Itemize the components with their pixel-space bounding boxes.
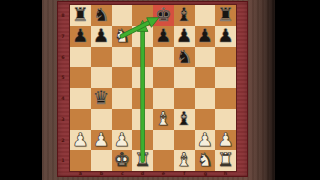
square-h7[interactable]: ♟ bbox=[215, 26, 236, 47]
piece-white-knight-g1[interactable]: ♞ bbox=[195, 150, 216, 171]
piece-black-pawn-g7[interactable]: ♟ bbox=[195, 26, 216, 47]
square-e5[interactable] bbox=[153, 67, 174, 88]
square-d6[interactable] bbox=[132, 47, 153, 68]
square-d8[interactable] bbox=[132, 5, 153, 26]
square-a8[interactable]: ♜ bbox=[70, 5, 91, 26]
piece-white-pawn-c2[interactable]: ♟ bbox=[112, 130, 133, 151]
piece-white-bishop-e3[interactable]: ♝ bbox=[153, 109, 174, 130]
square-a1[interactable] bbox=[70, 150, 91, 171]
square-f6[interactable]: ♞ bbox=[174, 47, 195, 68]
square-b5[interactable] bbox=[91, 67, 112, 88]
piece-black-king-e8[interactable]: ♚ bbox=[153, 5, 174, 26]
square-b4[interactable]: ♛ bbox=[91, 88, 112, 109]
square-a7[interactable]: ♟ bbox=[70, 26, 91, 47]
piece-white-knight-c7[interactable]: ♞ bbox=[112, 26, 133, 47]
square-e3[interactable]: ♝ bbox=[153, 109, 174, 130]
square-c2[interactable]: ♟ bbox=[112, 130, 133, 151]
piece-black-pawn-e7[interactable]: ♟ bbox=[153, 26, 174, 47]
square-g8[interactable] bbox=[195, 5, 216, 26]
square-g2[interactable]: ♟ bbox=[195, 130, 216, 151]
square-h1[interactable]: ♜ bbox=[215, 150, 236, 171]
file-label-b: b bbox=[93, 171, 110, 177]
square-b3[interactable] bbox=[91, 109, 112, 130]
square-a6[interactable] bbox=[70, 47, 91, 68]
piece-white-pawn-h2[interactable]: ♟ bbox=[215, 130, 236, 151]
square-c3[interactable] bbox=[112, 109, 133, 130]
square-g3[interactable] bbox=[195, 109, 216, 130]
piece-black-pawn-h7[interactable]: ♟ bbox=[215, 26, 236, 47]
square-f5[interactable] bbox=[174, 67, 195, 88]
square-e4[interactable] bbox=[153, 88, 174, 109]
square-e7[interactable]: ♟ bbox=[153, 26, 174, 47]
square-c4[interactable] bbox=[112, 88, 133, 109]
piece-black-pawn-b7[interactable]: ♟ bbox=[91, 26, 112, 47]
piece-black-queen-b4[interactable]: ♛ bbox=[91, 88, 112, 109]
square-g4[interactable] bbox=[195, 88, 216, 109]
square-e2[interactable] bbox=[153, 130, 174, 151]
square-c5[interactable] bbox=[112, 67, 133, 88]
rank-label-5: 5 bbox=[58, 69, 68, 86]
square-h6[interactable] bbox=[215, 47, 236, 68]
square-a3[interactable] bbox=[70, 109, 91, 130]
square-c1[interactable]: ♚ bbox=[112, 150, 133, 171]
file-label-e: e bbox=[155, 171, 172, 177]
square-d5[interactable] bbox=[132, 67, 153, 88]
piece-black-knight-b8[interactable]: ♞ bbox=[91, 5, 112, 26]
square-e6[interactable] bbox=[153, 47, 174, 68]
piece-black-rook-h8[interactable]: ♜ bbox=[215, 5, 236, 26]
square-f1[interactable]: ♝ bbox=[174, 150, 195, 171]
file-label-h: h bbox=[217, 171, 234, 177]
square-f3[interactable]: ♝ bbox=[174, 109, 195, 130]
board-frame: 87654321 ♜♞♚♝♜♟♟♞♟♟♟♟♞♛♝♝♟♟♟♟♟♚♜♝♞♜ abcd… bbox=[57, 1, 248, 177]
rank-labels: 87654321 bbox=[57, 5, 69, 171]
square-h4[interactable] bbox=[215, 88, 236, 109]
rank-label-6: 6 bbox=[58, 49, 68, 66]
piece-white-bishop-f1[interactable]: ♝ bbox=[174, 150, 195, 171]
square-f2[interactable] bbox=[174, 130, 195, 151]
square-g6[interactable] bbox=[195, 47, 216, 68]
square-h5[interactable] bbox=[215, 67, 236, 88]
rank-label-3: 3 bbox=[58, 111, 68, 128]
square-d3[interactable] bbox=[132, 109, 153, 130]
square-c8[interactable] bbox=[112, 5, 133, 26]
file-label-f: f bbox=[176, 171, 193, 177]
square-e1[interactable] bbox=[153, 150, 174, 171]
rank-label-8: 8 bbox=[58, 7, 68, 24]
piece-white-king-c1[interactable]: ♚ bbox=[112, 150, 133, 171]
square-f4[interactable] bbox=[174, 88, 195, 109]
square-g1[interactable]: ♞ bbox=[195, 150, 216, 171]
square-e8[interactable]: ♚ bbox=[153, 5, 174, 26]
square-b6[interactable] bbox=[91, 47, 112, 68]
piece-white-rook-d1[interactable]: ♜ bbox=[132, 150, 153, 171]
piece-black-pawn-a7[interactable]: ♟ bbox=[70, 26, 91, 47]
square-a5[interactable] bbox=[70, 67, 91, 88]
square-a4[interactable] bbox=[70, 88, 91, 109]
chess-app-window: 87654321 ♜♞♚♝♜♟♟♞♟♟♟♟♞♛♝♝♟♟♟♟♟♚♜♝♞♜ abcd… bbox=[0, 0, 320, 180]
square-g5[interactable] bbox=[195, 67, 216, 88]
square-g7[interactable]: ♟ bbox=[195, 26, 216, 47]
rank-label-1: 1 bbox=[58, 152, 68, 169]
rank-label-7: 7 bbox=[58, 28, 68, 45]
file-label-g: g bbox=[197, 171, 214, 177]
piece-black-bishop-f3[interactable]: ♝ bbox=[174, 109, 195, 130]
piece-white-pawn-b2[interactable]: ♟ bbox=[91, 130, 112, 151]
square-b8[interactable]: ♞ bbox=[91, 5, 112, 26]
square-b1[interactable] bbox=[91, 150, 112, 171]
chess-board[interactable]: ♜♞♚♝♜♟♟♞♟♟♟♟♞♛♝♝♟♟♟♟♟♚♜♝♞♜ bbox=[69, 4, 237, 172]
rank-label-2: 2 bbox=[58, 132, 68, 149]
square-b2[interactable]: ♟ bbox=[91, 130, 112, 151]
rank-label-4: 4 bbox=[58, 90, 68, 107]
piece-black-knight-f6[interactable]: ♞ bbox=[174, 47, 195, 68]
square-f7[interactable]: ♟ bbox=[174, 26, 195, 47]
square-h3[interactable] bbox=[215, 109, 236, 130]
square-d2[interactable] bbox=[132, 130, 153, 151]
square-h2[interactable]: ♟ bbox=[215, 130, 236, 151]
piece-white-pawn-a2[interactable]: ♟ bbox=[70, 130, 91, 151]
square-c6[interactable] bbox=[112, 47, 133, 68]
piece-white-rook-h1[interactable]: ♜ bbox=[215, 150, 236, 171]
piece-black-pawn-f7[interactable]: ♟ bbox=[174, 26, 195, 47]
square-d7[interactable] bbox=[132, 26, 153, 47]
piece-black-bishop-f8[interactable]: ♝ bbox=[174, 5, 195, 26]
square-c7[interactable]: ♞ bbox=[112, 26, 133, 47]
file-labels: abcdefgh bbox=[70, 170, 236, 177]
piece-black-rook-a8[interactable]: ♜ bbox=[70, 5, 91, 26]
file-label-d: d bbox=[134, 171, 151, 177]
square-f8[interactable]: ♝ bbox=[174, 5, 195, 26]
square-d4[interactable] bbox=[132, 88, 153, 109]
file-label-c: c bbox=[114, 171, 131, 177]
square-d1[interactable]: ♜ bbox=[132, 150, 153, 171]
file-label-a: a bbox=[72, 171, 89, 177]
square-a2[interactable]: ♟ bbox=[70, 130, 91, 151]
piece-white-pawn-g2[interactable]: ♟ bbox=[195, 130, 216, 151]
square-h8[interactable]: ♜ bbox=[215, 5, 236, 26]
square-b7[interactable]: ♟ bbox=[91, 26, 112, 47]
